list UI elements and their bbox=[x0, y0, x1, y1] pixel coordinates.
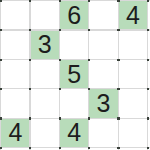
cell-r3c2[interactable] bbox=[31, 60, 59, 88]
cell-r3c5[interactable] bbox=[119, 60, 147, 88]
puzzle-board: 6435344 bbox=[0, 0, 150, 150]
puzzle-stage: 6435344 bbox=[0, 0, 150, 150]
cell-r6c1[interactable] bbox=[1, 148, 29, 150]
cell-r4c6[interactable] bbox=[148, 89, 150, 117]
cell-r5c5[interactable] bbox=[119, 119, 147, 147]
cell-r1c3-clue[interactable]: 6 bbox=[60, 1, 88, 29]
cell-r6c2[interactable] bbox=[31, 148, 59, 150]
cell-r2c5[interactable] bbox=[119, 31, 147, 59]
cell-r6c5[interactable] bbox=[119, 148, 147, 150]
cell-r2c1[interactable] bbox=[1, 31, 29, 59]
cell-r3c3-clue[interactable]: 5 bbox=[60, 60, 88, 88]
cell-r2c2-clue[interactable]: 3 bbox=[31, 31, 59, 59]
cell-r3c1[interactable] bbox=[1, 60, 29, 88]
cell-r3c4[interactable] bbox=[89, 60, 117, 88]
cell-r3c6[interactable] bbox=[148, 60, 150, 88]
cell-r4c5[interactable] bbox=[119, 89, 147, 117]
cell-r4c3[interactable] bbox=[60, 89, 88, 117]
cell-r1c2[interactable] bbox=[31, 1, 59, 29]
cell-r5c2[interactable] bbox=[31, 119, 59, 147]
cell-r6c3[interactable] bbox=[60, 148, 88, 150]
cell-r2c6[interactable] bbox=[148, 31, 150, 59]
cell-r2c3[interactable] bbox=[60, 31, 88, 59]
cell-r4c2[interactable] bbox=[31, 89, 59, 117]
cell-r5c6[interactable] bbox=[148, 119, 150, 147]
cell-r2c4[interactable] bbox=[89, 31, 117, 59]
cell-r5c4[interactable] bbox=[89, 119, 117, 147]
cell-r6c6[interactable] bbox=[148, 148, 150, 150]
cell-r5c3-clue[interactable]: 4 bbox=[60, 119, 88, 147]
cell-r1c4[interactable] bbox=[89, 1, 117, 29]
cell-r1c6[interactable] bbox=[148, 1, 150, 29]
cell-r1c1[interactable] bbox=[1, 1, 29, 29]
cell-r4c4-clue[interactable]: 3 bbox=[89, 89, 117, 117]
cell-r1c5-clue[interactable]: 4 bbox=[119, 1, 147, 29]
cell-r6c4[interactable] bbox=[89, 148, 117, 150]
cell-r5c1-clue[interactable]: 4 bbox=[1, 119, 29, 147]
cell-r4c1[interactable] bbox=[1, 89, 29, 117]
